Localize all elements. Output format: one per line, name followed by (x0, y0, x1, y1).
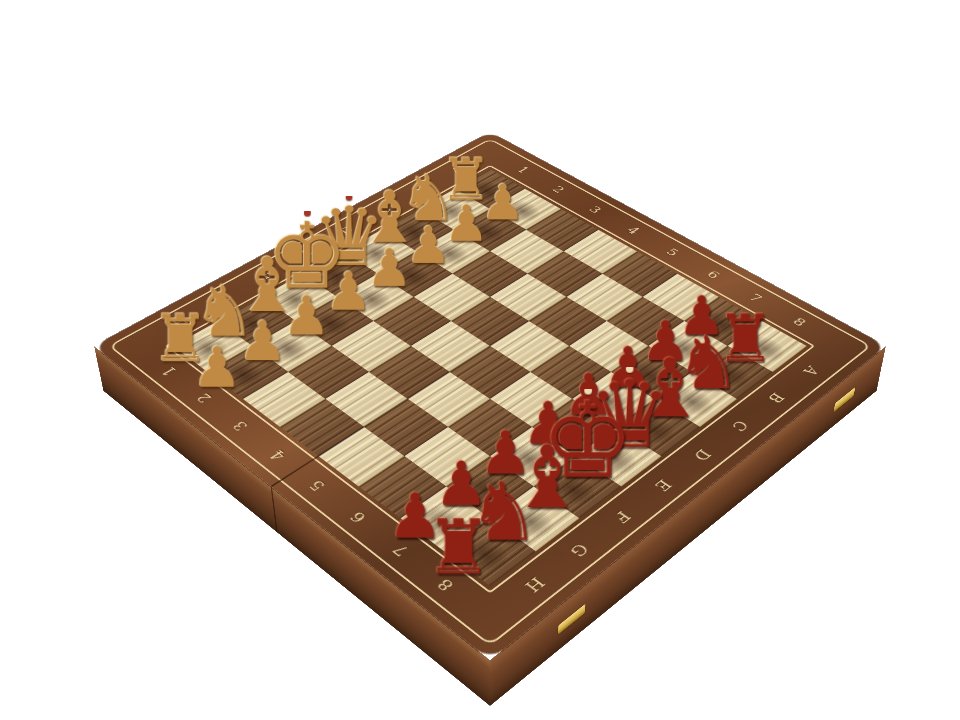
board-top: 12345678 12345678 ABCDEFGH ABCDEFGH ♜♟♟♜… (94, 132, 886, 660)
piece-black-rook[interactable]: ♜ (425, 510, 493, 585)
chess-board-3d: 12345678 12345678 ABCDEFGH ABCDEFGH ♜♟♟♜… (94, 132, 886, 660)
piece-white-pawn[interactable]: ♟ (192, 340, 242, 396)
piece-white-pawn[interactable]: ♟ (282, 289, 330, 343)
finial-tip (584, 387, 592, 395)
square-d5[interactable] (490, 321, 569, 372)
piece-white-pawn[interactable]: ♟ (238, 314, 287, 369)
square-h5[interactable] (319, 427, 405, 487)
piece-white-pawn[interactable]: ♟ (325, 266, 372, 319)
finial-tip (626, 365, 634, 373)
square-e5[interactable] (450, 346, 531, 399)
finial-tip (304, 209, 311, 216)
product-photo: 12345678 12345678 ABCDEFGH ABCDEFGH ♜♟♟♜… (0, 0, 960, 720)
piece-white-pawn[interactable]: ♟ (366, 243, 413, 295)
fold-seam-side (271, 486, 278, 533)
brass-hinge (558, 604, 585, 635)
brass-hinge (833, 387, 855, 412)
finial-tip (346, 194, 353, 201)
